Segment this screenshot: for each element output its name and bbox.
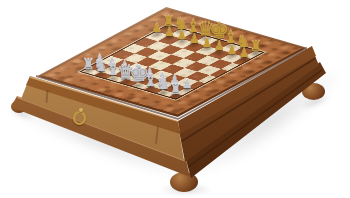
chess-set-photo: ♜♞♟♝♟♛♟♚♟♝♟♞♟♟♜♟♟♜♟♟♞♟♝♟♛♟♚♟♝♟♞♜	[0, 0, 350, 198]
chess-piece-gold-p[interactable]: ♟	[235, 47, 253, 59]
pieces-layer: ♜♞♟♝♟♛♟♚♟♝♟♞♟♟♜♟♟♜♟♟♞♟♝♟♛♟♚♟♝♟♞♜	[0, 0, 350, 198]
chess-piece-silver-r[interactable]: ♜	[167, 82, 185, 96]
